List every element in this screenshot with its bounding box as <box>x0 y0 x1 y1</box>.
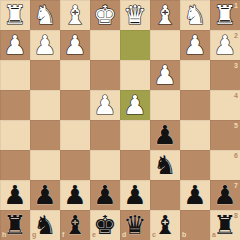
square-e1[interactable]: ♚ <box>90 0 120 30</box>
square-g4[interactable] <box>30 90 60 120</box>
square-c7[interactable] <box>150 180 180 210</box>
black-pawn-b7[interactable]: ♟ <box>180 180 210 210</box>
square-b6[interactable] <box>180 150 210 180</box>
white-rook-h1[interactable]: ♜ <box>0 0 30 30</box>
white-pawn-c3[interactable]: ♟ <box>150 60 180 90</box>
black-king-e8[interactable]: ♚ <box>90 210 120 240</box>
square-g3[interactable] <box>30 60 60 90</box>
square-g7[interactable]: ♟ <box>30 180 60 210</box>
square-d7[interactable]: ♟ <box>120 180 150 210</box>
square-c4[interactable] <box>150 90 180 120</box>
square-d3[interactable] <box>120 60 150 90</box>
square-g2[interactable]: ♟ <box>30 30 60 60</box>
square-f6[interactable] <box>60 150 90 180</box>
square-b7[interactable]: ♟ <box>180 180 210 210</box>
square-f5[interactable] <box>60 120 90 150</box>
black-pawn-g7[interactable]: ♟ <box>30 180 60 210</box>
square-g5[interactable] <box>30 120 60 150</box>
square-h6[interactable] <box>0 150 30 180</box>
square-c8[interactable]: ♝c <box>150 210 180 240</box>
black-bishop-c8[interactable]: ♝ <box>150 210 180 240</box>
black-rook-h8[interactable]: ♜ <box>0 210 30 240</box>
square-f2[interactable]: ♟ <box>60 30 90 60</box>
square-b1[interactable]: ♞ <box>180 0 210 30</box>
square-b8[interactable]: b <box>180 210 210 240</box>
square-e7[interactable]: ♟ <box>90 180 120 210</box>
square-b2[interactable]: ♟ <box>180 30 210 60</box>
white-bishop-f1[interactable]: ♝ <box>60 0 90 30</box>
square-c2[interactable] <box>150 30 180 60</box>
rank-label-5: 5 <box>234 122 238 129</box>
square-d5[interactable] <box>120 120 150 150</box>
black-knight-g8[interactable]: ♞ <box>30 210 60 240</box>
square-f7[interactable]: ♟ <box>60 180 90 210</box>
square-h4[interactable] <box>0 90 30 120</box>
square-c1[interactable]: ♝ <box>150 0 180 30</box>
square-c6[interactable]: ♞ <box>150 150 180 180</box>
square-e3[interactable] <box>90 60 120 90</box>
square-a1[interactable]: ♜1 <box>210 0 240 30</box>
rank-label-4: 4 <box>234 92 238 99</box>
square-a3[interactable]: 3 <box>210 60 240 90</box>
black-pawn-d7[interactable]: ♟ <box>120 180 150 210</box>
square-e4[interactable]: ♟ <box>90 90 120 120</box>
square-d2[interactable] <box>120 30 150 60</box>
square-f1[interactable]: ♝ <box>60 0 90 30</box>
square-a2[interactable]: ♟2 <box>210 30 240 60</box>
black-knight-c6[interactable]: ♞ <box>150 150 180 180</box>
white-rook-a1[interactable]: ♜ <box>210 0 240 30</box>
white-knight-b1[interactable]: ♞ <box>180 0 210 30</box>
white-knight-g1[interactable]: ♞ <box>30 0 60 30</box>
white-queen-d1[interactable]: ♛ <box>120 0 150 30</box>
black-pawn-h7[interactable]: ♟ <box>0 180 30 210</box>
square-d6[interactable] <box>120 150 150 180</box>
square-d4[interactable]: ♟ <box>120 90 150 120</box>
square-e5[interactable] <box>90 120 120 150</box>
square-h7[interactable]: ♟ <box>0 180 30 210</box>
square-a5[interactable]: 5 <box>210 120 240 150</box>
black-pawn-f7[interactable]: ♟ <box>60 180 90 210</box>
square-a4[interactable]: 4 <box>210 90 240 120</box>
square-c3[interactable]: ♟ <box>150 60 180 90</box>
square-e8[interactable]: ♚e <box>90 210 120 240</box>
black-queen-d8[interactable]: ♛ <box>120 210 150 240</box>
black-pawn-a7[interactable]: ♟ <box>210 180 240 210</box>
white-pawn-b2[interactable]: ♟ <box>180 30 210 60</box>
black-bishop-f8[interactable]: ♝ <box>60 210 90 240</box>
white-pawn-f2[interactable]: ♟ <box>60 30 90 60</box>
square-f8[interactable]: ♝f <box>60 210 90 240</box>
white-pawn-d4[interactable]: ♟ <box>120 90 150 120</box>
square-e6[interactable] <box>90 150 120 180</box>
white-king-e1[interactable]: ♚ <box>90 0 120 30</box>
square-a6[interactable]: 6 <box>210 150 240 180</box>
chess-board: ♜♞♝♚♛♝♞♜1♟♟♟♟♟2♟3♟♟4♟5♞6♟♟♟♟♟♟♟7♜h♞g♝f♚e… <box>0 0 240 240</box>
square-a7[interactable]: ♟7 <box>210 180 240 210</box>
rank-label-3: 3 <box>234 62 238 69</box>
square-b3[interactable] <box>180 60 210 90</box>
square-b5[interactable] <box>180 120 210 150</box>
square-a8[interactable]: ♜8a <box>210 210 240 240</box>
black-pawn-c5[interactable]: ♟ <box>150 120 180 150</box>
square-e2[interactable] <box>90 30 120 60</box>
square-d8[interactable]: ♛d <box>120 210 150 240</box>
square-h5[interactable] <box>0 120 30 150</box>
white-pawn-a2[interactable]: ♟ <box>210 30 240 60</box>
square-c5[interactable]: ♟ <box>150 120 180 150</box>
square-b4[interactable] <box>180 90 210 120</box>
square-h2[interactable]: ♟ <box>0 30 30 60</box>
square-f3[interactable] <box>60 60 90 90</box>
square-g6[interactable] <box>30 150 60 180</box>
rank-label-6: 6 <box>234 152 238 159</box>
black-pawn-e7[interactable]: ♟ <box>90 180 120 210</box>
square-h1[interactable]: ♜ <box>0 0 30 30</box>
file-label-b: b <box>182 231 186 238</box>
white-bishop-c1[interactable]: ♝ <box>150 0 180 30</box>
square-f4[interactable] <box>60 90 90 120</box>
square-g1[interactable]: ♞ <box>30 0 60 30</box>
white-pawn-e4[interactable]: ♟ <box>90 90 120 120</box>
square-d1[interactable]: ♛ <box>120 0 150 30</box>
white-pawn-g2[interactable]: ♟ <box>30 30 60 60</box>
square-h3[interactable] <box>0 60 30 90</box>
square-h8[interactable]: ♜h <box>0 210 30 240</box>
black-rook-a8[interactable]: ♜ <box>210 210 240 240</box>
square-g8[interactable]: ♞g <box>30 210 60 240</box>
white-pawn-h2[interactable]: ♟ <box>0 30 30 60</box>
